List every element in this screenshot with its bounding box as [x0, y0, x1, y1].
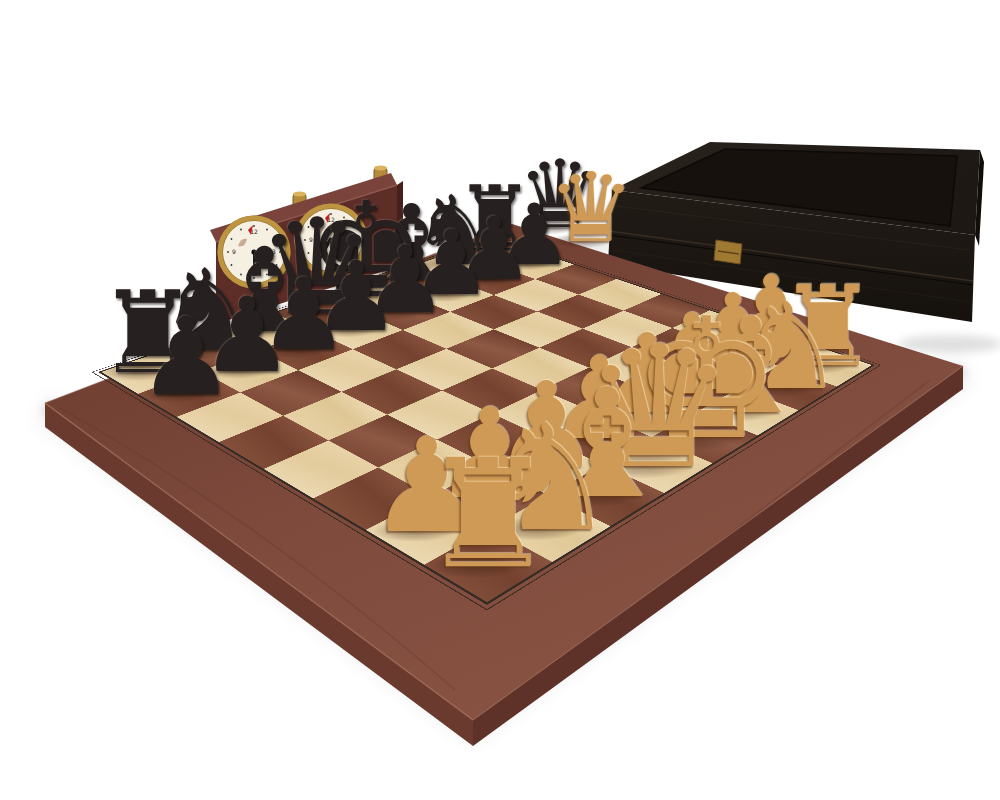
piece-black-p-a7[interactable]: ♟	[138, 303, 234, 411]
piece-white-r-a1[interactable]: ♜	[421, 440, 555, 590]
chess-set-scene: { "game": "chess", "scene_caption": "Ebo…	[0, 0, 1000, 800]
